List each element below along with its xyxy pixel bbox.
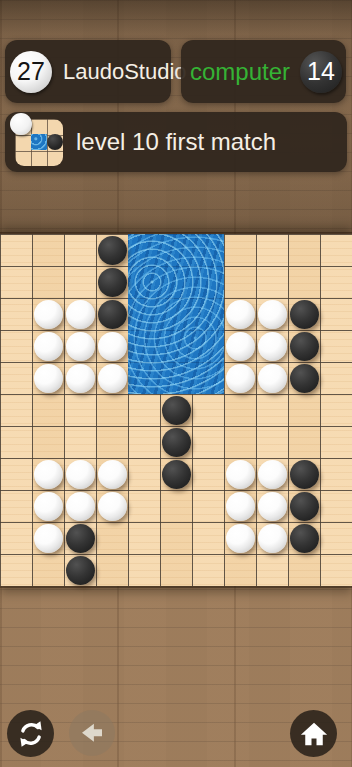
white-piece[interactable]: [226, 524, 255, 553]
white-piece[interactable]: [226, 332, 255, 361]
white-piece[interactable]: [258, 332, 287, 361]
home-button[interactable]: [290, 710, 337, 757]
home-icon: [299, 719, 329, 749]
white-piece[interactable]: [34, 300, 63, 329]
black-piece[interactable]: [290, 492, 319, 521]
white-piece[interactable]: [98, 332, 127, 361]
white-piece[interactable]: [66, 364, 95, 393]
black-piece[interactable]: [162, 428, 191, 457]
black-piece[interactable]: [66, 556, 95, 585]
white-piece[interactable]: [226, 460, 255, 489]
level-label: level 10 first match: [76, 128, 276, 156]
black-piece[interactable]: [290, 300, 319, 329]
white-piece[interactable]: [66, 332, 95, 361]
mini-white-piece: [10, 113, 32, 135]
black-piece[interactable]: [66, 524, 95, 553]
refresh-icon: [16, 719, 46, 749]
white-score-ball: 27: [10, 51, 52, 93]
white-piece[interactable]: [98, 364, 127, 393]
black-piece[interactable]: [162, 460, 191, 489]
white-piece[interactable]: [226, 364, 255, 393]
white-piece[interactable]: [34, 364, 63, 393]
white-piece[interactable]: [258, 492, 287, 521]
back-arrow-icon: [77, 718, 107, 748]
black-piece[interactable]: [290, 460, 319, 489]
level-panel: level 10 first match: [5, 112, 347, 172]
white-piece[interactable]: [258, 364, 287, 393]
computer-player-name: computer: [190, 58, 300, 86]
computer-score-panel: computer 14: [181, 40, 346, 103]
black-piece[interactable]: [290, 364, 319, 393]
white-piece[interactable]: [98, 460, 127, 489]
game-board[interactable]: [0, 234, 352, 586]
white-piece[interactable]: [66, 460, 95, 489]
white-piece[interactable]: [258, 524, 287, 553]
water-region: [128, 234, 224, 394]
white-piece[interactable]: [226, 492, 255, 521]
black-piece[interactable]: [290, 524, 319, 553]
white-piece[interactable]: [34, 460, 63, 489]
white-piece[interactable]: [66, 492, 95, 521]
white-piece[interactable]: [226, 300, 255, 329]
restart-button[interactable]: [7, 710, 54, 757]
black-piece[interactable]: [98, 236, 127, 265]
mini-black-piece: [47, 134, 63, 150]
black-score: 14: [307, 57, 335, 86]
white-player-name: LaudoStudio: [63, 59, 187, 85]
white-piece[interactable]: [258, 300, 287, 329]
undo-button[interactable]: [69, 710, 115, 756]
white-piece[interactable]: [66, 300, 95, 329]
app-screen: 27 LaudoStudio computer 14 level 10 firs…: [0, 0, 352, 767]
black-piece[interactable]: [290, 332, 319, 361]
black-score-ball: 14: [300, 51, 342, 93]
black-piece[interactable]: [98, 268, 127, 297]
mini-water-cell: [31, 134, 47, 150]
black-piece[interactable]: [98, 300, 127, 329]
white-piece[interactable]: [34, 492, 63, 521]
white-player-score-panel: 27 LaudoStudio: [5, 40, 171, 103]
white-piece[interactable]: [98, 492, 127, 521]
black-piece[interactable]: [162, 396, 191, 425]
mini-board-icon: [15, 119, 63, 166]
white-piece[interactable]: [34, 332, 63, 361]
white-piece[interactable]: [34, 524, 63, 553]
white-score: 27: [17, 57, 45, 86]
white-piece[interactable]: [258, 460, 287, 489]
